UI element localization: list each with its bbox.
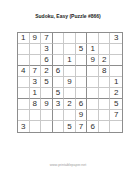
- sudoku-cell-r1c3: 7: [41, 33, 53, 44]
- sudoku-cell-r7c3: 9: [41, 99, 53, 110]
- sudoku-cell-r5c6[interactable]: [76, 77, 88, 88]
- sudoku-cell-r6c3[interactable]: [41, 88, 53, 99]
- sudoku-grid: 19733516192472683591152893265973576: [17, 32, 123, 133]
- sudoku-cell-r7c4: 3: [53, 99, 65, 110]
- sudoku-cell-r9c8[interactable]: [99, 121, 111, 132]
- sudoku-cell-r4c7[interactable]: [87, 66, 99, 77]
- sudoku-cell-r6c9: 2: [110, 88, 122, 99]
- sudoku-cell-r3c4[interactable]: [53, 55, 65, 66]
- sudoku-cell-r6c1[interactable]: [18, 88, 30, 99]
- sudoku-cell-r4c5[interactable]: [64, 66, 76, 77]
- sudoku-cell-r8c3[interactable]: [41, 110, 53, 121]
- sudoku-cell-r4c1: 4: [18, 66, 30, 77]
- sudoku-cell-r2c2[interactable]: [30, 44, 42, 55]
- sudoku-cell-r2c8[interactable]: [99, 44, 111, 55]
- sudoku-cell-r1c1: 1: [18, 33, 30, 44]
- sudoku-cell-r6c7[interactable]: [87, 88, 99, 99]
- sudoku-cell-r5c5: 9: [64, 77, 76, 88]
- sudoku-cell-r5c3: 5: [41, 77, 53, 88]
- sudoku-cell-r2c4[interactable]: [53, 44, 65, 55]
- sudoku-cell-r5c8[interactable]: [99, 77, 111, 88]
- sudoku-cell-r6c2: 1: [30, 88, 42, 99]
- sudoku-cell-r1c9: 3: [110, 33, 122, 44]
- sudoku-cell-r1c6[interactable]: [76, 33, 88, 44]
- sudoku-cell-r6c8[interactable]: [99, 88, 111, 99]
- sudoku-cell-r9c6: 7: [76, 121, 88, 132]
- sudoku-cell-r8c2[interactable]: [30, 110, 42, 121]
- sudoku-cell-r5c2: 3: [30, 77, 42, 88]
- sudoku-cell-r5c1[interactable]: [18, 77, 30, 88]
- sudoku-cell-r7c2: 8: [30, 99, 42, 110]
- sudoku-cell-r6c4: 5: [53, 88, 65, 99]
- sudoku-cell-r7c6: 6: [76, 99, 88, 110]
- sudoku-cell-r7c8[interactable]: [99, 99, 111, 110]
- sudoku-cell-r3c5: 1: [64, 55, 76, 66]
- sudoku-cell-r4c8: 8: [99, 66, 111, 77]
- footer-url: www.printablepaper.net: [0, 163, 136, 167]
- sudoku-cell-r4c9[interactable]: [110, 66, 122, 77]
- sudoku-cell-r5c9: 1: [110, 77, 122, 88]
- sudoku-cell-r3c2[interactable]: [30, 55, 42, 66]
- sudoku-cell-r6c6[interactable]: [76, 88, 88, 99]
- sudoku-cell-r5c4[interactable]: [53, 77, 65, 88]
- sudoku-cell-r9c4[interactable]: [53, 121, 65, 132]
- sudoku-cell-r2c5[interactable]: [64, 44, 76, 55]
- sudoku-cell-r9c3[interactable]: [41, 121, 53, 132]
- sudoku-cell-r1c8[interactable]: [99, 33, 111, 44]
- sudoku-cell-r1c7[interactable]: [87, 33, 99, 44]
- sudoku-cell-r1c5[interactable]: [64, 33, 76, 44]
- sudoku-cell-r4c3: 2: [41, 66, 53, 77]
- sudoku-cell-r8c5[interactable]: [64, 110, 76, 121]
- sudoku-cell-r9c9[interactable]: [110, 121, 122, 132]
- sudoku-cell-r3c9[interactable]: [110, 55, 122, 66]
- sudoku-cell-r8c7[interactable]: [87, 110, 99, 121]
- sudoku-cell-r9c1: 3: [18, 121, 30, 132]
- sudoku-cell-r7c5: 2: [64, 99, 76, 110]
- sudoku-cell-r9c2[interactable]: [30, 121, 42, 132]
- sudoku-cell-r2c3: 3: [41, 44, 53, 55]
- sudoku-cell-r1c4[interactable]: [53, 33, 65, 44]
- sudoku-cell-r7c1[interactable]: [18, 99, 30, 110]
- sudoku-cell-r3c7: 9: [87, 55, 99, 66]
- sudoku-cell-r7c7[interactable]: [87, 99, 99, 110]
- sudoku-cell-r6c5[interactable]: [64, 88, 76, 99]
- sudoku-cell-r4c4: 6: [53, 66, 65, 77]
- sudoku-cell-r3c8: 2: [99, 55, 111, 66]
- sudoku-cell-r3c1[interactable]: [18, 55, 30, 66]
- sudoku-cell-r9c5: 5: [64, 121, 76, 132]
- sudoku-cell-r9c7: 6: [87, 121, 99, 132]
- sudoku-cell-r4c2: 7: [30, 66, 42, 77]
- sudoku-cell-r3c6[interactable]: [76, 55, 88, 66]
- sudoku-cell-r2c7: 1: [87, 44, 99, 55]
- sudoku-cell-r2c6: 5: [76, 44, 88, 55]
- sudoku-cell-r1c2: 9: [30, 33, 42, 44]
- sudoku-cell-r8c6: 9: [76, 110, 88, 121]
- sudoku-cell-r2c9[interactable]: [110, 44, 122, 55]
- page-title: Sudoku, Easy (Puzzle #866): [0, 13, 136, 19]
- sudoku-cell-r8c4[interactable]: [53, 110, 65, 121]
- sudoku-cell-r8c9: 7: [110, 110, 122, 121]
- sudoku-cell-r8c1[interactable]: [18, 110, 30, 121]
- sudoku-cell-r4c6[interactable]: [76, 66, 88, 77]
- sudoku-cell-r8c8[interactable]: [99, 110, 111, 121]
- sudoku-cell-r5c7[interactable]: [87, 77, 99, 88]
- sudoku-cell-r3c3: 6: [41, 55, 53, 66]
- sudoku-cell-r2c1[interactable]: [18, 44, 30, 55]
- sudoku-cell-r7c9: 5: [110, 99, 122, 110]
